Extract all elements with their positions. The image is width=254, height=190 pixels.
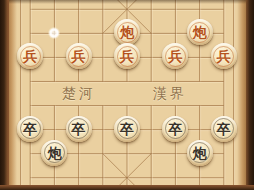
piece-character: 炮 [120,25,134,39]
piece-character: 卒 [217,122,231,136]
table-background-bottom [0,185,254,190]
piece-character: 卒 [120,122,134,136]
piece-black-soldier[interactable]: 卒 [66,116,92,142]
piece-black-soldier[interactable]: 卒 [17,116,43,142]
river-label-han-jie: 漢界 [153,86,187,100]
piece-black-soldier[interactable]: 卒 [211,116,237,142]
river-label-chu-he: 楚河 [62,86,96,100]
piece-black-soldier[interactable]: 卒 [162,116,188,142]
piece-character: 卒 [168,122,182,136]
sparkle-glow [48,27,60,39]
piece-character: 卒 [72,122,86,136]
last-move-sparkle-effect [48,27,60,39]
piece-black-cannon[interactable]: 炮 [41,140,67,166]
piece-black-cannon[interactable]: 炮 [187,140,213,166]
piece-character: 兵 [168,49,182,63]
piece-character: 卒 [23,122,37,136]
piece-character: 兵 [120,49,134,63]
piece-black-soldier[interactable]: 卒 [114,116,140,142]
piece-red-cannon[interactable]: 炮 [187,19,213,45]
piece-character: 兵 [72,49,86,63]
xiangqi-board-screen: 楚河 漢界 炮炮兵兵兵兵兵卒卒卒卒卒炮炮 [0,0,254,190]
piece-red-soldier[interactable]: 兵 [66,43,92,69]
table-background-right [246,0,254,190]
table-background-left [0,0,9,190]
piece-character: 炮 [193,146,207,160]
top-edge-shadow [0,0,254,4]
piece-character: 炮 [193,25,207,39]
piece-character: 炮 [47,146,61,160]
piece-character: 兵 [217,49,231,63]
piece-character: 兵 [23,49,37,63]
xiangqi-board[interactable]: 楚河 漢界 炮炮兵兵兵兵兵卒卒卒卒卒炮炮 [0,0,254,190]
